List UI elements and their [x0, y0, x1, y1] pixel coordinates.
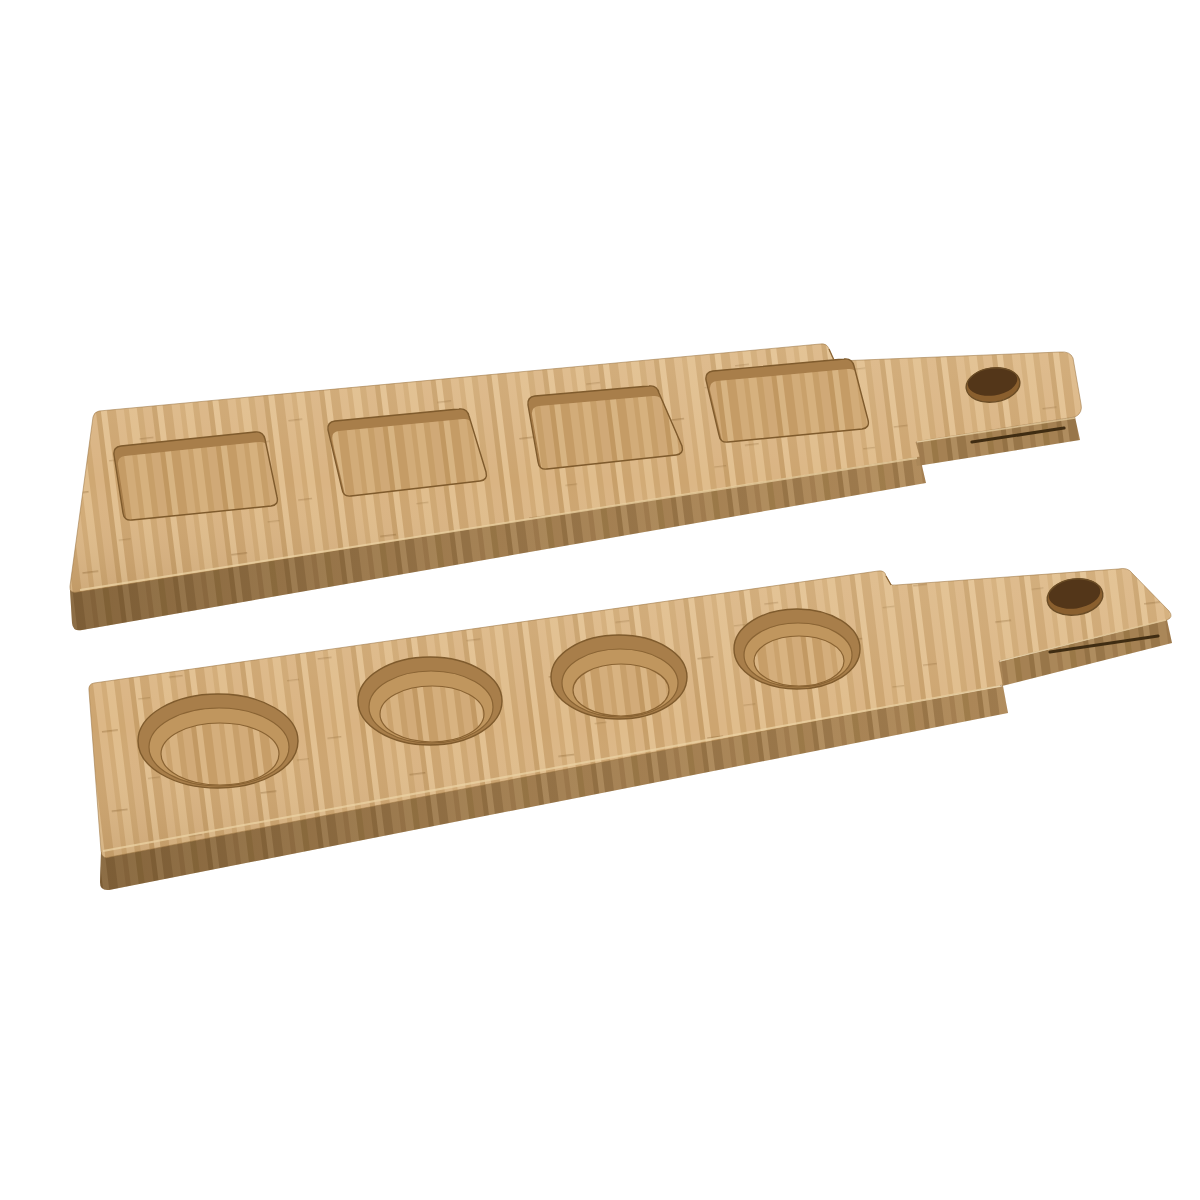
paddle2-round-recess-2 [358, 657, 502, 745]
paddle2-round-recess-3 [551, 635, 687, 719]
paddle2-round-recess-1 [138, 694, 298, 788]
paddle2-round-recess-4 [734, 609, 860, 689]
product-photo-canvas [0, 0, 1200, 1200]
flight-paddles-scene [0, 0, 1200, 1200]
